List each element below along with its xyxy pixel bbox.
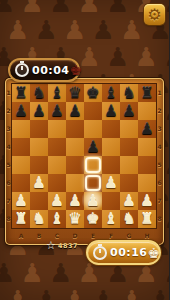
square-A3[interactable] xyxy=(12,120,30,138)
pattern-pawn-icon: ♟ xyxy=(92,17,115,43)
square-F8[interactable]: ♝ xyxy=(102,210,120,228)
square-G8[interactable]: ♞ xyxy=(120,210,138,228)
black-king: ♚ xyxy=(84,84,102,102)
square-A7[interactable]: ♟ xyxy=(12,192,30,210)
stopwatch-icon xyxy=(93,246,107,260)
pattern-pawn-icon: ♟ xyxy=(63,287,86,300)
square-C4[interactable] xyxy=(48,138,66,156)
square-B5[interactable] xyxy=(30,156,48,174)
black-bishop: ♝ xyxy=(48,84,66,102)
square-E8[interactable]: ♚ xyxy=(84,210,102,228)
rank-label: 1 xyxy=(156,84,163,102)
pattern-pawn-icon: ♟ xyxy=(0,260,15,286)
black-pawn: ♟ xyxy=(48,102,66,120)
rank-label: 3 xyxy=(156,120,163,138)
square-E1[interactable]: ♚ xyxy=(84,84,102,102)
square-F1[interactable]: ♝ xyxy=(102,84,120,102)
square-F5[interactable] xyxy=(102,156,120,174)
square-F3[interactable] xyxy=(102,120,120,138)
app-screen: ♟♟♟♟♟♟♟♟♟♟♟♟♟♟♟♟♟♟♟♟♟♟♟♟♟♟♟♟♟♟♟♟♟♟♟♟♟♟♟♟… xyxy=(0,0,169,300)
gear-icon: ⚙ xyxy=(147,5,161,24)
square-D4[interactable] xyxy=(66,138,84,156)
pattern-pawn-icon: ♟ xyxy=(21,260,44,286)
square-B8[interactable]: ♞ xyxy=(30,210,48,228)
square-E5[interactable] xyxy=(84,156,102,174)
rank-label: 7 xyxy=(156,192,163,210)
square-H7[interactable]: ♟ xyxy=(138,192,156,210)
square-H1[interactable]: ♜ xyxy=(138,84,156,102)
white-bishop: ♝ xyxy=(102,210,120,228)
star-icon: ☆ xyxy=(46,240,56,252)
square-E7[interactable]: ♟ xyxy=(84,192,102,210)
square-G6[interactable] xyxy=(120,174,138,192)
settings-button[interactable]: ⚙ xyxy=(144,4,165,25)
rank-label: 6 xyxy=(5,174,12,192)
black-knight: ♞ xyxy=(120,84,138,102)
square-C7[interactable]: ♟ xyxy=(48,192,66,210)
square-C8[interactable]: ♝ xyxy=(48,210,66,228)
pattern-pawn-icon: ♟ xyxy=(163,44,169,70)
square-E3[interactable] xyxy=(84,120,102,138)
square-F7[interactable] xyxy=(102,192,120,210)
square-C2[interactable]: ♟ xyxy=(48,102,66,120)
square-A6[interactable] xyxy=(12,174,30,192)
square-B1[interactable]: ♞ xyxy=(30,84,48,102)
black-clock: 00:04 ♚ xyxy=(8,58,80,82)
white-rook: ♜ xyxy=(138,210,156,228)
pattern-pawn-icon: ♟ xyxy=(6,17,29,43)
white-pawn: ♟ xyxy=(102,174,120,192)
square-B3[interactable] xyxy=(30,120,48,138)
square-F4[interactable] xyxy=(102,138,120,156)
pattern-pawn-icon: ♟ xyxy=(49,260,72,286)
square-F2[interactable]: ♟ xyxy=(102,102,120,120)
score-value: 4837 xyxy=(58,242,78,250)
white-knight: ♞ xyxy=(120,210,138,228)
rank-labels-right: 12345678 xyxy=(156,84,163,228)
pattern-pawn-icon: ♟ xyxy=(106,0,129,16)
black-king-icon: ♚ xyxy=(70,63,83,77)
board-grid: ♜♞♝♛♚♝♞♜♟♟♟♟♟♟♟♟♟♟♟♟♟♟♟♟♜♞♝♛♚♝♞♜ xyxy=(12,84,156,228)
rank-label: 3 xyxy=(5,120,12,138)
square-H8[interactable]: ♜ xyxy=(138,210,156,228)
pattern-pawn-icon: ♟ xyxy=(49,0,72,16)
black-pawn: ♟ xyxy=(66,102,84,120)
square-C1[interactable]: ♝ xyxy=(48,84,66,102)
square-H4[interactable] xyxy=(138,138,156,156)
rank-label: 2 xyxy=(5,102,12,120)
black-knight: ♞ xyxy=(30,84,48,102)
white-pawn: ♟ xyxy=(138,192,156,210)
square-B2[interactable]: ♟ xyxy=(30,102,48,120)
square-A8[interactable]: ♜ xyxy=(12,210,30,228)
pattern-pawn-icon: ♟ xyxy=(163,260,169,286)
square-G5[interactable] xyxy=(120,156,138,174)
white-king-icon: ♚ xyxy=(148,246,161,260)
square-F6[interactable]: ♟ xyxy=(102,174,120,192)
rank-labels-left: 12345678 xyxy=(5,84,12,228)
white-bishop: ♝ xyxy=(48,210,66,228)
square-H3[interactable]: ♟ xyxy=(138,120,156,138)
rank-label: 5 xyxy=(156,156,163,174)
white-pawn: ♟ xyxy=(48,192,66,210)
square-H6[interactable] xyxy=(138,174,156,192)
black-clock-time: 00:04 xyxy=(32,64,70,77)
square-H5[interactable] xyxy=(138,156,156,174)
square-A5[interactable] xyxy=(12,156,30,174)
black-pawn: ♟ xyxy=(138,120,156,138)
rank-label: 8 xyxy=(5,210,12,228)
square-E2[interactable] xyxy=(84,102,102,120)
black-rook: ♜ xyxy=(12,84,30,102)
square-C5[interactable] xyxy=(48,156,66,174)
white-knight: ♞ xyxy=(30,210,48,228)
square-G3[interactable] xyxy=(120,120,138,138)
square-B4[interactable] xyxy=(30,138,48,156)
rank-label: 6 xyxy=(156,174,163,192)
square-G4[interactable] xyxy=(120,138,138,156)
pattern-pawn-icon: ♟ xyxy=(120,17,143,43)
square-A1[interactable]: ♜ xyxy=(12,84,30,102)
square-G2[interactable]: ♟ xyxy=(120,102,138,120)
pattern-pawn-icon: ♟ xyxy=(35,17,58,43)
pattern-pawn-icon: ♟ xyxy=(135,44,158,70)
black-pawn: ♟ xyxy=(84,138,102,156)
rank-label: 7 xyxy=(5,192,12,210)
black-bishop: ♝ xyxy=(102,84,120,102)
square-D8[interactable]: ♛ xyxy=(66,210,84,228)
square-D7[interactable]: ♟ xyxy=(66,192,84,210)
black-pawn: ♟ xyxy=(30,102,48,120)
square-B6[interactable]: ♟ xyxy=(30,174,48,192)
pattern-pawn-icon: ♟ xyxy=(92,287,115,300)
square-D2[interactable]: ♟ xyxy=(66,102,84,120)
square-G7[interactable]: ♟ xyxy=(120,192,138,210)
pattern-pawn-icon: ♟ xyxy=(0,0,15,16)
white-pawn: ♟ xyxy=(12,192,30,210)
chess-board: 12345678 ♜♞♝♛♚♝♞♜♟♟♟♟♟♟♟♟♟♟♟♟♟♟♟♟♜♞♝♛♚♝♞… xyxy=(5,78,164,245)
score-display[interactable]: ☆ 4837 xyxy=(46,240,78,252)
pattern-pawn-icon: ♟ xyxy=(149,287,170,300)
white-rook: ♜ xyxy=(12,210,30,228)
black-pawn: ♟ xyxy=(12,102,30,120)
square-A4[interactable] xyxy=(12,138,30,156)
rank-label: 4 xyxy=(156,138,163,156)
black-rook: ♜ xyxy=(138,84,156,102)
white-pawn: ♟ xyxy=(30,174,48,192)
square-H2[interactable] xyxy=(138,102,156,120)
rank-label: 4 xyxy=(5,138,12,156)
black-pawn: ♟ xyxy=(120,102,138,120)
white-pawn: ♟ xyxy=(120,192,138,210)
square-D3[interactable] xyxy=(66,120,84,138)
rank-label: 8 xyxy=(156,210,163,228)
pattern-pawn-icon: ♟ xyxy=(63,17,86,43)
rank-label: 5 xyxy=(5,156,12,174)
black-pawn: ♟ xyxy=(102,102,120,120)
white-queen: ♛ xyxy=(66,210,84,228)
stopwatch-icon xyxy=(15,63,29,77)
pattern-pawn-icon: ♟ xyxy=(78,0,101,16)
black-queen: ♛ xyxy=(66,84,84,102)
square-C3[interactable] xyxy=(48,120,66,138)
square-D5[interactable] xyxy=(66,156,84,174)
square-A2[interactable]: ♟ xyxy=(12,102,30,120)
white-clock-time: 00:16 xyxy=(110,246,148,259)
square-E4[interactable]: ♟ xyxy=(84,138,102,156)
white-clock: 00:16 ♚ xyxy=(86,240,161,265)
white-pawn: ♟ xyxy=(84,192,102,210)
pattern-pawn-icon: ♟ xyxy=(120,287,143,300)
pattern-pawn-icon: ♟ xyxy=(106,44,129,70)
rank-label: 2 xyxy=(156,102,163,120)
rank-label: 1 xyxy=(5,84,12,102)
pattern-pawn-icon: ♟ xyxy=(6,287,29,300)
file-label: A xyxy=(12,229,30,242)
white-king: ♚ xyxy=(84,210,102,228)
white-pawn: ♟ xyxy=(66,192,84,210)
square-G1[interactable]: ♞ xyxy=(120,84,138,102)
pattern-pawn-icon: ♟ xyxy=(35,287,58,300)
square-C6[interactable] xyxy=(48,174,66,192)
square-B7[interactable] xyxy=(30,192,48,210)
pattern-pawn-icon: ♟ xyxy=(21,0,44,16)
square-D1[interactable]: ♛ xyxy=(66,84,84,102)
